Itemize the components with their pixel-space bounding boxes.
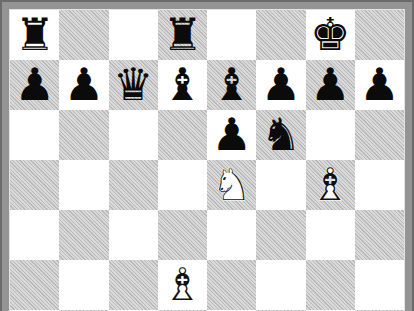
- square-c5[interactable]: [109, 160, 158, 210]
- square-g7[interactable]: ♟: [306, 60, 355, 110]
- square-g3[interactable]: [306, 260, 355, 310]
- piece-black-rook[interactable]: ♜: [14, 10, 54, 60]
- square-f3[interactable]: [256, 260, 305, 310]
- square-h7[interactable]: ♟: [355, 60, 404, 110]
- piece-black-king[interactable]: ♚: [310, 10, 350, 60]
- piece-white-bishop[interactable]: ♝♗: [162, 260, 202, 310]
- square-a4[interactable]: [10, 210, 59, 260]
- square-h5[interactable]: [355, 160, 404, 210]
- piece-white-bishop-outline: ♗: [162, 260, 202, 310]
- square-c7[interactable]: ♛: [109, 60, 158, 110]
- square-b6[interactable]: [59, 110, 108, 160]
- square-d6[interactable]: [158, 110, 207, 160]
- square-e4[interactable]: [207, 210, 256, 260]
- square-d8[interactable]: ♜: [158, 10, 207, 60]
- piece-black-rook[interactable]: ♜: [162, 10, 202, 60]
- square-d4[interactable]: [158, 210, 207, 260]
- piece-black-pawn[interactable]: ♟: [64, 60, 104, 110]
- board-frame: ♜♜♚♟♟♛♝♝♟♟♟♟♞♞♘♝♗♝♗: [0, 0, 414, 311]
- square-c8[interactable]: [109, 10, 158, 60]
- square-g4[interactable]: [306, 210, 355, 260]
- square-c3[interactable]: [109, 260, 158, 310]
- piece-black-pawn[interactable]: ♟: [310, 60, 350, 110]
- square-d7[interactable]: ♝: [158, 60, 207, 110]
- square-g5[interactable]: ♝♗: [306, 160, 355, 210]
- piece-black-pawn[interactable]: ♟: [261, 60, 301, 110]
- chess-board: ♜♜♚♟♟♛♝♝♟♟♟♟♞♞♘♝♗♝♗: [10, 10, 404, 311]
- square-d5[interactable]: [158, 160, 207, 210]
- piece-white-knight[interactable]: ♞♘: [211, 160, 251, 210]
- square-f7[interactable]: ♟: [256, 60, 305, 110]
- square-a5[interactable]: [10, 160, 59, 210]
- piece-black-bishop[interactable]: ♝: [162, 60, 202, 110]
- square-a6[interactable]: [10, 110, 59, 160]
- piece-black-pawn[interactable]: ♟: [211, 110, 251, 160]
- square-f5[interactable]: [256, 160, 305, 210]
- square-a8[interactable]: ♜: [10, 10, 59, 60]
- square-b7[interactable]: ♟: [59, 60, 108, 110]
- square-g6[interactable]: [306, 110, 355, 160]
- square-g8[interactable]: ♚: [306, 10, 355, 60]
- square-b3[interactable]: [59, 260, 108, 310]
- square-e3[interactable]: [207, 260, 256, 310]
- square-e5[interactable]: ♞♘: [207, 160, 256, 210]
- square-h3[interactable]: [355, 260, 404, 310]
- square-f4[interactable]: [256, 210, 305, 260]
- piece-white-bishop[interactable]: ♝♗: [310, 160, 350, 210]
- square-d3[interactable]: ♝♗: [158, 260, 207, 310]
- piece-white-bishop-outline: ♗: [310, 160, 350, 210]
- piece-black-queen[interactable]: ♛: [113, 60, 153, 110]
- piece-black-pawn[interactable]: ♟: [14, 60, 54, 110]
- square-b4[interactable]: [59, 210, 108, 260]
- square-a7[interactable]: ♟: [10, 60, 59, 110]
- piece-black-bishop[interactable]: ♝: [211, 60, 251, 110]
- piece-white-knight-outline: ♘: [211, 160, 251, 210]
- square-h4[interactable]: [355, 210, 404, 260]
- piece-black-knight[interactable]: ♞: [261, 110, 301, 160]
- square-e8[interactable]: [207, 10, 256, 60]
- square-f6[interactable]: ♞: [256, 110, 305, 160]
- square-b8[interactable]: [59, 10, 108, 60]
- square-b5[interactable]: [59, 160, 108, 210]
- square-h8[interactable]: [355, 10, 404, 60]
- square-a3[interactable]: [10, 260, 59, 310]
- square-c4[interactable]: [109, 210, 158, 260]
- square-e6[interactable]: ♟: [207, 110, 256, 160]
- piece-black-pawn[interactable]: ♟: [359, 60, 399, 110]
- square-f8[interactable]: [256, 10, 305, 60]
- square-e7[interactable]: ♝: [207, 60, 256, 110]
- square-c6[interactable]: [109, 110, 158, 160]
- square-h6[interactable]: [355, 110, 404, 160]
